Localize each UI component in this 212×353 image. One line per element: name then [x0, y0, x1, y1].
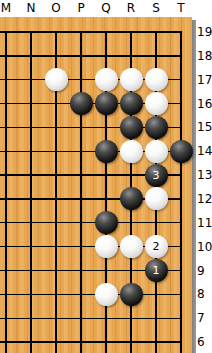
- col-label-Q: Q: [96, 1, 116, 15]
- row-label-19: 19: [197, 25, 212, 39]
- stone-black-s13[interactable]: 3: [145, 164, 168, 187]
- row-label-18: 18: [197, 49, 212, 63]
- col-label-N: N: [21, 1, 41, 15]
- stone-white-s10[interactable]: 2: [145, 235, 168, 258]
- stone-white-q17[interactable]: [95, 68, 118, 91]
- stone-white-s16[interactable]: [145, 92, 168, 115]
- move-number-2: 2: [153, 241, 160, 252]
- stone-white-s17[interactable]: [145, 68, 168, 91]
- stone-black-r15[interactable]: [120, 116, 143, 139]
- row-label-7: 7: [197, 311, 212, 325]
- stone-white-r17[interactable]: [120, 68, 143, 91]
- col-label-T: T: [171, 1, 191, 15]
- row-label-11: 11: [197, 216, 212, 230]
- row-label-17: 17: [197, 73, 212, 87]
- stone-black-s15[interactable]: [145, 116, 168, 139]
- grid-line-row-19: [0, 31, 182, 32]
- stone-black-r16[interactable]: [120, 92, 143, 115]
- stone-white-q8[interactable]: [95, 283, 118, 306]
- stone-black-s9[interactable]: 1: [145, 259, 168, 282]
- stone-black-q11[interactable]: [95, 211, 118, 234]
- grid-line-row-18: [0, 55, 182, 56]
- row-label-14: 14: [197, 144, 212, 158]
- row-label-6: 6: [197, 335, 212, 349]
- row-label-13: 13: [197, 168, 212, 182]
- col-label-O: O: [46, 1, 66, 15]
- board-edge-shadow: [192, 20, 196, 353]
- grid-line-row-11: [0, 222, 182, 223]
- stone-black-q14[interactable]: [95, 140, 118, 163]
- go-diagram: MNOPQRST191817161514131211109876321: [0, 0, 212, 353]
- stone-white-r14[interactable]: [120, 140, 143, 163]
- grid-line-row-7: [0, 318, 182, 319]
- col-label-P: P: [71, 1, 91, 15]
- stone-black-r12[interactable]: [120, 187, 143, 210]
- stone-white-r10[interactable]: [120, 235, 143, 258]
- stone-black-p16[interactable]: [70, 92, 93, 115]
- stone-white-q10[interactable]: [95, 235, 118, 258]
- stone-white-s12[interactable]: [145, 187, 168, 210]
- row-label-9: 9: [197, 264, 212, 278]
- row-label-10: 10: [197, 240, 212, 254]
- col-label-R: R: [121, 1, 141, 15]
- grid-line-row-8: [0, 294, 182, 295]
- stone-white-o17[interactable]: [45, 68, 68, 91]
- go-board[interactable]: [0, 17, 192, 353]
- move-number-1: 1: [153, 265, 160, 276]
- stone-black-r8[interactable]: [120, 283, 143, 306]
- row-label-16: 16: [197, 97, 212, 111]
- col-label-M: M: [0, 1, 16, 15]
- stone-black-t14[interactable]: [170, 140, 193, 163]
- row-label-15: 15: [197, 120, 212, 134]
- col-label-S: S: [146, 1, 166, 15]
- stone-white-s14[interactable]: [145, 140, 168, 163]
- row-label-12: 12: [197, 192, 212, 206]
- stone-black-q16[interactable]: [95, 92, 118, 115]
- row-label-8: 8: [197, 287, 212, 301]
- grid-line-row-6: [0, 341, 182, 342]
- move-number-3: 3: [153, 170, 160, 181]
